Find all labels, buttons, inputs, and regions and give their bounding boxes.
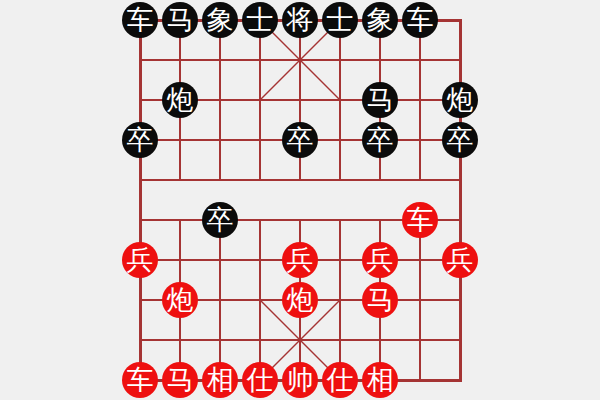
piece-red-horse[interactable]: 马 xyxy=(362,282,398,318)
piece-black-horse[interactable]: 马 xyxy=(362,82,398,118)
piece-red-general[interactable]: 帅 xyxy=(282,362,318,398)
piece-black-chariot[interactable]: 车 xyxy=(122,2,158,38)
piece-red-chariot[interactable]: 车 xyxy=(122,362,158,398)
piece-black-soldier[interactable]: 卒 xyxy=(282,122,318,158)
piece-black-advisor[interactable]: 士 xyxy=(242,2,278,38)
piece-red-soldier[interactable]: 兵 xyxy=(122,242,158,278)
piece-red-elephant[interactable]: 相 xyxy=(362,362,398,398)
piece-black-horse[interactable]: 马 xyxy=(162,2,198,38)
piece-black-chariot[interactable]: 车 xyxy=(402,2,438,38)
piece-black-soldier[interactable]: 卒 xyxy=(122,122,158,158)
piece-black-elephant[interactable]: 象 xyxy=(362,2,398,38)
piece-black-cannon[interactable]: 炮 xyxy=(442,82,478,118)
piece-black-elephant[interactable]: 象 xyxy=(202,2,238,38)
piece-red-soldier[interactable]: 兵 xyxy=(442,242,478,278)
piece-black-soldier[interactable]: 卒 xyxy=(442,122,478,158)
piece-red-soldier[interactable]: 兵 xyxy=(282,242,318,278)
piece-red-cannon[interactable]: 炮 xyxy=(282,282,318,318)
piece-red-horse[interactable]: 马 xyxy=(162,362,198,398)
xiangqi-board-app: 车马象士将士象车炮马炮卒卒卒卒卒车兵兵兵兵炮炮马车马相仕帅仕相 xyxy=(0,0,600,400)
piece-red-advisor[interactable]: 仕 xyxy=(242,362,278,398)
piece-red-soldier[interactable]: 兵 xyxy=(362,242,398,278)
piece-red-chariot[interactable]: 车 xyxy=(402,202,438,238)
piece-black-soldier[interactable]: 卒 xyxy=(202,202,238,238)
piece-black-cannon[interactable]: 炮 xyxy=(162,82,198,118)
piece-red-cannon[interactable]: 炮 xyxy=(162,282,198,318)
piece-red-elephant[interactable]: 相 xyxy=(202,362,238,398)
piece-red-advisor[interactable]: 仕 xyxy=(322,362,358,398)
pieces-layer: 车马象士将士象车炮马炮卒卒卒卒卒车兵兵兵兵炮炮马车马相仕帅仕相 xyxy=(120,0,480,400)
piece-black-soldier[interactable]: 卒 xyxy=(362,122,398,158)
piece-black-general[interactable]: 将 xyxy=(282,2,318,38)
piece-black-advisor[interactable]: 士 xyxy=(322,2,358,38)
